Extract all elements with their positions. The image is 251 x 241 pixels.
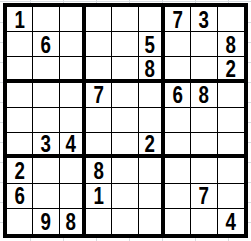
cell-r8c9[interactable]: [218, 184, 244, 209]
cell-r9c1[interactable]: [7, 209, 33, 234]
cell-r5c4[interactable]: [86, 108, 112, 133]
cell-r1c2[interactable]: [33, 7, 59, 32]
given-digit: 9: [41, 209, 51, 234]
given-digit: 3: [41, 133, 51, 156]
cell-r9c7[interactable]: [165, 209, 191, 234]
cell-r5c1[interactable]: [7, 108, 33, 133]
cell-r6c6[interactable]: 2: [139, 133, 165, 158]
cell-r7c6[interactable]: [139, 158, 165, 183]
cell-r3c6[interactable]: 8: [139, 57, 165, 82]
cell-r8c6[interactable]: [139, 184, 165, 209]
given-digit: 3: [199, 7, 209, 32]
cell-r1c3[interactable]: [60, 7, 86, 32]
given-digit: 1: [93, 184, 103, 209]
given-digit: 8: [145, 57, 155, 80]
cell-r1c7[interactable]: 7: [165, 7, 191, 32]
cell-r1c1[interactable]: 1: [7, 7, 33, 32]
cell-r7c2[interactable]: [33, 158, 59, 183]
cell-r3c4[interactable]: [86, 57, 112, 82]
cell-r7c8[interactable]: [191, 158, 217, 183]
given-digit: 8: [93, 158, 103, 183]
given-digit: 1: [14, 7, 24, 32]
cell-r5c3[interactable]: [60, 108, 86, 133]
cell-r2c9[interactable]: 8: [218, 32, 244, 57]
cell-r9c9[interactable]: 4: [218, 209, 244, 234]
cell-r2c7[interactable]: [165, 32, 191, 57]
given-digit: 8: [199, 83, 209, 108]
cell-r9c3[interactable]: 8: [60, 209, 86, 234]
cell-r4c8[interactable]: 8: [191, 83, 217, 108]
given-digit: 6: [41, 32, 51, 57]
given-digit: 4: [226, 209, 236, 234]
cell-r8c8[interactable]: 7: [191, 184, 217, 209]
cell-r9c8[interactable]: [191, 209, 217, 234]
cell-r7c9[interactable]: [218, 158, 244, 183]
cell-r7c3[interactable]: [60, 158, 86, 183]
cell-r2c6[interactable]: 5: [139, 32, 165, 57]
cell-r4c6[interactable]: [139, 83, 165, 108]
cell-r8c5[interactable]: [112, 184, 138, 209]
cell-r1c8[interactable]: 3: [191, 7, 217, 32]
cell-r6c5[interactable]: [112, 133, 138, 158]
cell-r9c2[interactable]: 9: [33, 209, 59, 234]
given-digit: 2: [14, 158, 24, 183]
cell-r3c8[interactable]: [191, 57, 217, 82]
given-digit: 7: [93, 83, 103, 108]
given-digit: 8: [66, 209, 76, 234]
cell-r4c4[interactable]: 7: [86, 83, 112, 108]
cell-r4c2[interactable]: [33, 83, 59, 108]
cell-r4c5[interactable]: [112, 83, 138, 108]
cell-r3c1[interactable]: [7, 57, 33, 82]
cell-r1c6[interactable]: [139, 7, 165, 32]
cell-r1c5[interactable]: [112, 7, 138, 32]
cell-r4c7[interactable]: 6: [165, 83, 191, 108]
cell-r3c9[interactable]: 2: [218, 57, 244, 82]
cell-r7c1[interactable]: 2: [7, 158, 33, 183]
cell-r6c2[interactable]: 3: [33, 133, 59, 158]
cell-r3c3[interactable]: [60, 57, 86, 82]
cell-r5c7[interactable]: [165, 108, 191, 133]
cell-r6c9[interactable]: [218, 133, 244, 158]
given-digit: 2: [145, 133, 155, 156]
cell-r6c7[interactable]: [165, 133, 191, 158]
cell-r4c3[interactable]: [60, 83, 86, 108]
given-digit: 7: [172, 7, 182, 32]
cell-r7c4[interactable]: 8: [86, 158, 112, 183]
given-digit: 8: [226, 32, 236, 57]
cell-r2c2[interactable]: 6: [33, 32, 59, 57]
cell-r2c1[interactable]: [7, 32, 33, 57]
cell-r8c2[interactable]: [33, 184, 59, 209]
given-digit: 6: [172, 83, 182, 108]
cell-r3c7[interactable]: [165, 57, 191, 82]
cell-r6c3[interactable]: 4: [60, 133, 86, 158]
cell-r7c5[interactable]: [112, 158, 138, 183]
cell-r5c9[interactable]: [218, 108, 244, 133]
cell-r1c9[interactable]: [218, 7, 244, 32]
cell-r6c4[interactable]: [86, 133, 112, 158]
cell-r3c5[interactable]: [112, 57, 138, 82]
cell-r4c1[interactable]: [7, 83, 33, 108]
cell-r2c5[interactable]: [112, 32, 138, 57]
cell-r6c8[interactable]: [191, 133, 217, 158]
cell-r3c2[interactable]: [33, 57, 59, 82]
given-digit: 7: [199, 184, 209, 209]
cell-r8c3[interactable]: [60, 184, 86, 209]
given-digit: 5: [145, 32, 155, 57]
given-digit: 2: [226, 57, 236, 80]
cell-r2c4[interactable]: [86, 32, 112, 57]
cell-r5c6[interactable]: [139, 108, 165, 133]
cell-r9c5[interactable]: [112, 209, 138, 234]
cell-r6c1[interactable]: [7, 133, 33, 158]
cell-r1c4[interactable]: [86, 7, 112, 32]
cell-r2c8[interactable]: [191, 32, 217, 57]
cell-r9c4[interactable]: [86, 209, 112, 234]
cell-r5c8[interactable]: [191, 108, 217, 133]
cell-r8c7[interactable]: [165, 184, 191, 209]
cell-r2c3[interactable]: [60, 32, 86, 57]
cell-r8c4[interactable]: 1: [86, 184, 112, 209]
cell-r4c9[interactable]: [218, 83, 244, 108]
given-digit: 4: [66, 133, 76, 156]
cell-r9c6[interactable]: [139, 209, 165, 234]
cell-r5c2[interactable]: [33, 108, 59, 133]
sudoku-screen: 1736588276834228617984: [0, 0, 251, 241]
sudoku-board: 1736588276834228617984: [3, 3, 248, 238]
cell-r7c7[interactable]: [165, 158, 191, 183]
cell-r5c5[interactable]: [112, 108, 138, 133]
cell-r8c1[interactable]: 6: [7, 184, 33, 209]
given-digit: 6: [14, 184, 24, 209]
